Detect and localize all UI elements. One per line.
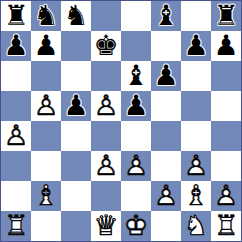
square-f6[interactable]: ♟	[151, 61, 181, 91]
white-bishop-outline-layer: ♗	[181, 181, 211, 211]
piece-black-king[interactable]: ♚	[91, 31, 121, 61]
square-c2[interactable]	[61, 181, 91, 211]
square-h1[interactable]: ♜♖	[211, 211, 241, 241]
piece-white-pawn[interactable]: ♟♙	[31, 91, 61, 121]
white-pawn-outline-layer: ♙	[1, 121, 31, 151]
square-g8[interactable]	[181, 1, 211, 31]
square-g2[interactable]: ♝♗	[181, 181, 211, 211]
piece-black-pawn[interactable]: ♟	[31, 31, 61, 61]
black-pawn-glyph: ♟	[121, 91, 151, 121]
square-a2[interactable]	[1, 181, 31, 211]
square-c3[interactable]	[61, 151, 91, 181]
square-a5[interactable]	[1, 91, 31, 121]
square-d5[interactable]: ♟♙	[91, 91, 121, 121]
white-queen-outline-layer: ♕	[91, 211, 121, 241]
white-pawn-outline-layer: ♙	[91, 151, 121, 181]
black-pawn-glyph: ♟	[181, 31, 211, 61]
piece-white-pawn[interactable]: ♟♙	[121, 151, 151, 181]
black-rook-glyph: ♜	[1, 1, 31, 31]
square-g3[interactable]: ♟♙	[181, 151, 211, 181]
black-rook-glyph: ♜	[211, 1, 241, 31]
square-a3[interactable]	[1, 151, 31, 181]
square-d8[interactable]	[91, 1, 121, 31]
black-knight-glyph: ♞	[61, 1, 91, 31]
piece-black-pawn[interactable]: ♟	[151, 61, 181, 91]
square-h8[interactable]: ♜	[211, 1, 241, 31]
square-h4[interactable]	[211, 121, 241, 151]
piece-black-rook[interactable]: ♜	[1, 1, 31, 31]
black-bishop-glyph: ♝	[121, 61, 151, 91]
piece-white-pawn[interactable]: ♟♙	[91, 91, 121, 121]
square-b5[interactable]: ♟♙	[31, 91, 61, 121]
square-e4[interactable]	[121, 121, 151, 151]
chess-board: ♜♞♞♝♜♟♟♚♟♟♝♟♟♙♟♟♙♟♟♙♟♙♟♙♟♙♝♗♟♙♝♗♟♙♜♖♛♕♚♔…	[0, 0, 242, 242]
piece-black-knight[interactable]: ♞	[31, 1, 61, 31]
square-e7[interactable]	[121, 31, 151, 61]
white-pawn-outline-layer: ♙	[211, 181, 241, 211]
piece-white-knight[interactable]: ♞♘	[181, 211, 211, 241]
square-c8[interactable]: ♞	[61, 1, 91, 31]
white-pawn-outline-layer: ♙	[31, 91, 61, 121]
white-pawn-outline-layer: ♙	[181, 151, 211, 181]
white-pawn-outline-layer: ♙	[91, 91, 121, 121]
piece-white-pawn[interactable]: ♟♙	[1, 121, 31, 151]
square-d7[interactable]: ♚	[91, 31, 121, 61]
square-h6[interactable]	[211, 61, 241, 91]
black-pawn-glyph: ♟	[151, 61, 181, 91]
black-pawn-glyph: ♟	[1, 31, 31, 61]
white-king-outline-layer: ♔	[121, 211, 151, 241]
piece-black-bishop[interactable]: ♝	[151, 1, 181, 31]
black-bishop-glyph: ♝	[151, 1, 181, 31]
piece-white-pawn[interactable]: ♟♙	[211, 181, 241, 211]
square-a4[interactable]: ♟♙	[1, 121, 31, 151]
square-e1[interactable]: ♚♔	[121, 211, 151, 241]
white-knight-outline-layer: ♘	[181, 211, 211, 241]
square-e2[interactable]	[121, 181, 151, 211]
piece-white-pawn[interactable]: ♟♙	[151, 181, 181, 211]
piece-black-pawn[interactable]: ♟	[61, 91, 91, 121]
square-a6[interactable]	[1, 61, 31, 91]
piece-black-bishop[interactable]: ♝	[121, 61, 151, 91]
square-c7[interactable]	[61, 31, 91, 61]
square-a7[interactable]: ♟	[1, 31, 31, 61]
black-king-glyph: ♚	[91, 31, 121, 61]
piece-white-bishop[interactable]: ♝♗	[31, 181, 61, 211]
white-bishop-outline-layer: ♗	[31, 181, 61, 211]
white-rook-outline-layer: ♖	[1, 211, 31, 241]
square-b3[interactable]	[31, 151, 61, 181]
square-f8[interactable]: ♝	[151, 1, 181, 31]
square-f3[interactable]	[151, 151, 181, 181]
square-b7[interactable]: ♟	[31, 31, 61, 61]
white-pawn-outline-layer: ♙	[121, 151, 151, 181]
square-g4[interactable]	[181, 121, 211, 151]
black-pawn-glyph: ♟	[211, 31, 241, 61]
square-e5[interactable]: ♟	[121, 91, 151, 121]
square-f2[interactable]: ♟♙	[151, 181, 181, 211]
piece-black-pawn[interactable]: ♟	[211, 31, 241, 61]
square-d3[interactable]: ♟♙	[91, 151, 121, 181]
square-c6[interactable]	[61, 61, 91, 91]
square-c4[interactable]	[61, 121, 91, 151]
piece-white-king[interactable]: ♚♔	[121, 211, 151, 241]
square-h3[interactable]	[211, 151, 241, 181]
square-e8[interactable]	[121, 1, 151, 31]
piece-black-pawn[interactable]: ♟	[181, 31, 211, 61]
piece-black-pawn[interactable]: ♟	[121, 91, 151, 121]
square-d6[interactable]	[91, 61, 121, 91]
piece-white-queen[interactable]: ♛♕	[91, 211, 121, 241]
square-f7[interactable]	[151, 31, 181, 61]
square-d1[interactable]: ♛♕	[91, 211, 121, 241]
square-b4[interactable]	[31, 121, 61, 151]
piece-white-pawn[interactable]: ♟♙	[91, 151, 121, 181]
square-e6[interactable]: ♝	[121, 61, 151, 91]
square-h2[interactable]: ♟♙	[211, 181, 241, 211]
square-c1[interactable]	[61, 211, 91, 241]
piece-white-rook[interactable]: ♜♖	[1, 211, 31, 241]
square-b1[interactable]	[31, 211, 61, 241]
white-rook-outline-layer: ♖	[211, 211, 241, 241]
square-g1[interactable]: ♞♘	[181, 211, 211, 241]
square-e3[interactable]: ♟♙	[121, 151, 151, 181]
square-g7[interactable]: ♟	[181, 31, 211, 61]
square-b8[interactable]: ♞	[31, 1, 61, 31]
square-f1[interactable]	[151, 211, 181, 241]
piece-black-pawn[interactable]: ♟	[1, 31, 31, 61]
square-h5[interactable]	[211, 91, 241, 121]
piece-white-pawn[interactable]: ♟♙	[181, 151, 211, 181]
black-pawn-glyph: ♟	[31, 31, 61, 61]
square-h7[interactable]: ♟	[211, 31, 241, 61]
square-a1[interactable]: ♜♖	[1, 211, 31, 241]
piece-white-bishop[interactable]: ♝♗	[181, 181, 211, 211]
piece-white-rook[interactable]: ♜♖	[211, 211, 241, 241]
white-pawn-outline-layer: ♙	[151, 181, 181, 211]
black-knight-glyph: ♞	[31, 1, 61, 31]
square-b2[interactable]: ♝♗	[31, 181, 61, 211]
piece-black-rook[interactable]: ♜	[211, 1, 241, 31]
square-a8[interactable]: ♜	[1, 1, 31, 31]
square-d4[interactable]	[91, 121, 121, 151]
square-g5[interactable]	[181, 91, 211, 121]
square-b6[interactable]	[31, 61, 61, 91]
square-f5[interactable]	[151, 91, 181, 121]
square-d2[interactable]	[91, 181, 121, 211]
square-c5[interactable]: ♟	[61, 91, 91, 121]
square-g6[interactable]	[181, 61, 211, 91]
black-pawn-glyph: ♟	[61, 91, 91, 121]
piece-black-knight[interactable]: ♞	[61, 1, 91, 31]
square-f4[interactable]	[151, 121, 181, 151]
